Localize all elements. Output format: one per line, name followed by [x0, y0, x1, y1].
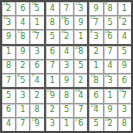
cage-sum: 8 — [17, 74, 20, 78]
cell-value: 6 — [35, 62, 40, 70]
cell-r6c9[interactable]: 6 — [118, 74, 131, 87]
cell-value: 8 — [122, 120, 127, 128]
cage-sum: 13 — [90, 104, 95, 108]
cell-r6c3[interactable]: 74 — [30, 74, 43, 87]
cell-r9c9[interactable]: 8 — [118, 118, 131, 131]
cell-r2c4[interactable]: 8 — [46, 16, 59, 29]
cage-sum: 16 — [31, 30, 36, 34]
cell-r7c6[interactable]: 164 — [74, 89, 87, 102]
cage-sum: 16 — [61, 16, 66, 20]
cage-sum: 20 — [75, 46, 80, 50]
cage-sum: 16 — [105, 30, 110, 34]
cell-r9c7[interactable]: 5 — [89, 118, 102, 131]
box-r3c3: 611071349351028 — [89, 89, 131, 131]
cell-value: 7 — [6, 77, 11, 85]
cage-sum: 10 — [105, 118, 110, 122]
cell-value: 9 — [93, 5, 98, 13]
cell-r7c1[interactable]: 5 — [2, 89, 15, 102]
cell-value: 3 — [35, 48, 40, 56]
cell-r3c9[interactable]: 4 — [118, 30, 131, 43]
cell-value: 4 — [122, 33, 127, 41]
cell-value: 7 — [108, 48, 113, 56]
cell-r3c8[interactable]: 166 — [104, 30, 117, 43]
cell-r7c2[interactable]: 3 — [16, 89, 29, 102]
cell-value: 7 — [78, 106, 83, 114]
cell-value: 1 — [108, 92, 113, 100]
cell-value: 2 — [78, 77, 83, 85]
cell-r7c7[interactable]: 6 — [89, 89, 102, 102]
cell-value: 7 — [64, 5, 69, 13]
cell-value: 7 — [20, 120, 25, 128]
cell-r8c8[interactable]: 9 — [104, 104, 117, 117]
cell-r6c5[interactable]: 9 — [60, 74, 73, 87]
cell-value: 6 — [50, 48, 55, 56]
cell-r3c1[interactable]: 9 — [2, 30, 15, 43]
cell-r5c4[interactable]: 7 — [46, 60, 59, 73]
cell-r5c7[interactable]: 1 — [89, 60, 102, 73]
cell-value: 5 — [122, 48, 127, 56]
cell-value: 2 — [93, 48, 98, 56]
cell-value: 1 — [122, 5, 127, 13]
cell-r3c5[interactable]: 302 — [60, 30, 73, 43]
box-r2c1: 19382678574 — [2, 46, 44, 88]
cell-r3c3[interactable]: 167 — [30, 30, 43, 43]
box-r2c3: 2751491481036 — [89, 46, 131, 88]
cell-value: 3 — [20, 92, 25, 100]
cell-value: 9 — [78, 19, 83, 27]
cell-r5c1[interactable]: 8 — [2, 60, 15, 73]
cell-r9c2[interactable]: 7 — [16, 118, 29, 131]
cell-r6c2[interactable]: 85 — [16, 74, 29, 87]
cage-sum: 16 — [75, 89, 80, 93]
cage-sum: 17 — [17, 30, 22, 34]
cell-r5c6[interactable]: 5 — [74, 60, 87, 73]
cell-value: 8 — [6, 62, 11, 70]
cage-sum: 16 — [31, 2, 36, 6]
cell-r6c8[interactable]: 103 — [104, 74, 117, 87]
cell-r8c7[interactable]: 134 — [89, 104, 102, 117]
cell-value: 8 — [64, 92, 69, 100]
cell-r2c9[interactable]: 62 — [118, 16, 131, 29]
cell-r1c6[interactable]: 123 — [74, 2, 87, 15]
cell-value: 8 — [50, 19, 55, 27]
cell-value: 1 — [64, 120, 69, 128]
cell-value: 3 — [93, 33, 98, 41]
cell-r1c1[interactable]: 262 — [2, 2, 15, 15]
cell-value: 5 — [6, 92, 11, 100]
cage-sum: 7 — [31, 74, 34, 78]
cell-r1c8[interactable]: 98 — [104, 2, 117, 15]
cell-r5c5[interactable]: 3 — [60, 60, 73, 73]
cell-value: 6 — [93, 92, 98, 100]
cage-sum: 21 — [47, 89, 52, 93]
cell-r9c3[interactable]: 139 — [30, 118, 43, 131]
cage-sum: 14 — [90, 74, 95, 78]
cell-r2c1[interactable]: 413 — [2, 16, 15, 29]
cell-r8c1[interactable]: 6 — [2, 104, 15, 117]
cell-value: 6 — [122, 77, 127, 85]
cell-r2c6[interactable]: 9 — [74, 16, 87, 29]
cage-sum: 10 — [105, 74, 110, 78]
cell-value: 5 — [78, 62, 83, 70]
cell-value: 1 — [20, 106, 25, 114]
cell-r5c8[interactable]: 4 — [104, 60, 117, 73]
cell-r1c4[interactable]: 4 — [46, 2, 59, 15]
cell-value: 4 — [108, 62, 113, 70]
cell-r7c9[interactable]: 107 — [118, 89, 131, 102]
cage-sum: 5 — [90, 30, 93, 34]
cell-r6c7[interactable]: 148 — [89, 74, 102, 87]
cell-value: 5 — [108, 19, 113, 27]
cage-sum: 41 — [3, 16, 8, 20]
cell-r4c7[interactable]: 2 — [89, 46, 102, 59]
cell-value: 6 — [6, 106, 11, 114]
cage-sum: 12 — [90, 16, 95, 20]
cell-r2c2[interactable]: 4 — [16, 16, 29, 29]
cage-sum: 30 — [61, 30, 66, 34]
cell-r8c6[interactable]: 7 — [74, 104, 87, 117]
cell-r7c8[interactable]: 1 — [104, 89, 117, 102]
cage-sum: 13 — [31, 118, 36, 122]
cell-r3c4[interactable]: 5 — [46, 30, 59, 43]
cell-r7c5[interactable]: 8 — [60, 89, 73, 102]
cell-r4c5[interactable]: 4 — [60, 46, 73, 59]
box-r2c2: 64208735192 — [46, 46, 88, 88]
cell-value: 3 — [122, 106, 127, 114]
cell-r1c9[interactable]: 1 — [118, 2, 131, 15]
cell-r6c6[interactable]: 2 — [74, 74, 87, 87]
cell-value: 2 — [35, 92, 40, 100]
box-r1c3: 9981127562531664 — [89, 2, 131, 44]
cell-r5c2[interactable]: 2 — [16, 60, 29, 73]
cell-value: 9 — [20, 48, 25, 56]
cell-r2c5[interactable]: 166 — [60, 16, 73, 29]
cell-value: 8 — [35, 106, 40, 114]
cell-r4c2[interactable]: 9 — [16, 46, 29, 59]
cell-value: 9 — [6, 33, 11, 41]
cell-r2c3[interactable]: 1 — [30, 16, 43, 29]
cell-r4c9[interactable]: 5 — [118, 46, 131, 59]
cell-r3c6[interactable]: 1 — [74, 30, 87, 43]
cell-value: 2 — [20, 62, 25, 70]
cell-value: 5 — [64, 106, 69, 114]
cell-r5c3[interactable]: 6 — [30, 60, 43, 73]
cage-sum: 26 — [3, 2, 8, 6]
cell-r4c8[interactable]: 7 — [104, 46, 117, 59]
cell-r6c1[interactable]: 7 — [2, 74, 15, 87]
sudoku-board: 2626165413419178167471238166953021998112… — [0, 0, 133, 133]
box-r3c1: 53261847139 — [2, 89, 44, 131]
cell-value: 9 — [108, 106, 113, 114]
cell-r6c4[interactable]: 1 — [46, 74, 59, 87]
cell-r2c7[interactable]: 127 — [89, 16, 102, 29]
cell-value: 4 — [35, 77, 40, 85]
cell-r8c5[interactable]: 5 — [60, 104, 73, 117]
cell-value: 9 — [122, 62, 127, 70]
box-r1c1: 2626165413419178167 — [2, 2, 44, 44]
cell-r1c7[interactable]: 9 — [89, 2, 102, 15]
cell-value: 1 — [78, 33, 83, 41]
cage-sum: 10 — [119, 89, 124, 93]
cell-r4c4[interactable]: 6 — [46, 46, 59, 59]
cell-value: 5 — [50, 33, 55, 41]
cell-r7c3[interactable]: 2 — [30, 89, 43, 102]
cell-r5c9[interactable]: 9 — [118, 60, 131, 73]
cell-r7c4[interactable]: 219 — [46, 89, 59, 102]
cell-r9c8[interactable]: 102 — [104, 118, 117, 131]
cage-sum: 6 — [119, 16, 122, 20]
cell-r1c5[interactable]: 7 — [60, 2, 73, 15]
cell-r8c4[interactable]: 2 — [46, 104, 59, 117]
cell-value: 9 — [64, 77, 69, 85]
cage-sum: 12 — [75, 2, 80, 6]
cell-r4c3[interactable]: 3 — [30, 46, 43, 59]
cell-r3c2[interactable]: 178 — [16, 30, 29, 43]
cell-r4c6[interactable]: 208 — [74, 46, 87, 59]
cage-sum: 11 — [75, 118, 80, 122]
box-r1c2: 471238166953021 — [46, 2, 88, 44]
cell-value: 1 — [6, 48, 11, 56]
cell-value: 4 — [64, 48, 69, 56]
cell-r9c6[interactable]: 116 — [74, 118, 87, 131]
box-r3c2: 219816425731116 — [46, 89, 88, 131]
cell-r9c5[interactable]: 1 — [60, 118, 73, 131]
cell-value: 5 — [93, 120, 98, 128]
cell-value: 3 — [64, 62, 69, 70]
cell-r2c8[interactable]: 5 — [104, 16, 117, 29]
cell-value: 1 — [93, 62, 98, 70]
cell-value: 2 — [122, 19, 127, 27]
cell-r9c1[interactable]: 4 — [2, 118, 15, 131]
cell-value: 6 — [20, 5, 25, 13]
cage-sum: 9 — [105, 2, 108, 6]
cell-value: 1 — [50, 77, 55, 85]
cell-r9c4[interactable]: 3 — [46, 118, 59, 131]
cell-r8c9[interactable]: 3 — [118, 104, 131, 117]
cell-value: 7 — [50, 62, 55, 70]
cell-r8c2[interactable]: 1 — [16, 104, 29, 117]
cell-value: 3 — [50, 120, 55, 128]
cell-value: 8 — [108, 5, 113, 13]
cell-r1c3[interactable]: 165 — [30, 2, 43, 15]
cell-value: 1 — [35, 19, 40, 27]
cell-r3c7[interactable]: 53 — [89, 30, 102, 43]
cell-value: 4 — [50, 5, 55, 13]
cell-value: 4 — [20, 19, 25, 27]
cell-r4c1[interactable]: 1 — [2, 46, 15, 59]
cell-value: 2 — [50, 106, 55, 114]
cell-value: 4 — [6, 120, 11, 128]
cell-value: 5 — [20, 77, 25, 85]
cell-r1c2[interactable]: 6 — [16, 2, 29, 15]
cell-r8c3[interactable]: 8 — [30, 104, 43, 117]
